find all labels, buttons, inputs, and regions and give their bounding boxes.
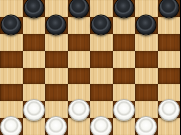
square-r2c5[interactable]	[113, 34, 136, 51]
square-r5c6[interactable]	[135, 84, 158, 101]
square-r3c2[interactable]	[45, 51, 68, 68]
square-r1c1[interactable]	[23, 17, 46, 34]
square-r1c4[interactable]	[90, 17, 113, 34]
square-r3c1[interactable]	[23, 51, 46, 68]
square-r4c5[interactable]	[113, 68, 136, 85]
square-r4c1[interactable]	[23, 68, 46, 85]
white-piece-r7c4[interactable]	[90, 116, 112, 135]
square-r2c0[interactable]	[0, 34, 23, 51]
square-r4c6[interactable]	[135, 68, 158, 85]
square-r0c1[interactable]	[23, 0, 46, 17]
square-r1c6[interactable]	[135, 17, 158, 34]
square-r6c5[interactable]	[113, 101, 136, 118]
square-r2c6[interactable]	[135, 34, 158, 51]
white-piece-r7c6[interactable]	[135, 116, 157, 135]
square-r3c3[interactable]	[68, 51, 91, 68]
square-r1c3[interactable]	[68, 17, 91, 34]
white-piece-r6c3[interactable]	[68, 99, 90, 121]
white-piece-r6c1[interactable]	[23, 99, 45, 121]
checkers-app	[0, 0, 180, 135]
square-r6c3[interactable]	[68, 101, 91, 118]
square-r7c0[interactable]	[0, 118, 23, 135]
square-r5c4[interactable]	[90, 84, 113, 101]
square-r2c4[interactable]	[90, 34, 113, 51]
square-r1c0[interactable]	[0, 17, 23, 34]
checkers-board	[0, 0, 180, 135]
square-r6c7[interactable]	[158, 101, 181, 118]
square-r2c2[interactable]	[45, 34, 68, 51]
square-r0c7[interactable]	[158, 0, 181, 17]
square-r1c5[interactable]	[113, 17, 136, 34]
square-r4c4[interactable]	[90, 68, 113, 85]
square-r2c3[interactable]	[68, 34, 91, 51]
white-piece-r6c5[interactable]	[113, 99, 135, 121]
square-r1c7[interactable]	[158, 17, 181, 34]
square-r5c0[interactable]	[0, 84, 23, 101]
square-r4c7[interactable]	[158, 68, 181, 85]
white-piece-r7c2[interactable]	[45, 116, 67, 135]
square-r7c6[interactable]	[135, 118, 158, 135]
black-piece-r1c6[interactable]	[136, 15, 157, 36]
square-r2c7[interactable]	[158, 34, 181, 51]
square-r5c2[interactable]	[45, 84, 68, 101]
square-r7c4[interactable]	[90, 118, 113, 135]
white-piece-r7c0[interactable]	[0, 116, 22, 135]
black-piece-r1c4[interactable]	[91, 15, 112, 36]
square-r7c2[interactable]	[45, 118, 68, 135]
square-r4c3[interactable]	[68, 68, 91, 85]
square-r3c7[interactable]	[158, 51, 181, 68]
square-r3c5[interactable]	[113, 51, 136, 68]
square-r6c1[interactable]	[23, 101, 46, 118]
black-piece-r1c2[interactable]	[46, 15, 67, 36]
white-piece-r6c7[interactable]	[158, 99, 180, 121]
square-r1c2[interactable]	[45, 17, 68, 34]
square-r4c0[interactable]	[0, 68, 23, 85]
square-r4c2[interactable]	[45, 68, 68, 85]
square-r2c1[interactable]	[23, 34, 46, 51]
square-r3c6[interactable]	[135, 51, 158, 68]
black-piece-r1c0[interactable]	[1, 15, 22, 36]
square-r3c4[interactable]	[90, 51, 113, 68]
square-r3c0[interactable]	[0, 51, 23, 68]
square-r0c3[interactable]	[68, 0, 91, 17]
square-r0c5[interactable]	[113, 0, 136, 17]
